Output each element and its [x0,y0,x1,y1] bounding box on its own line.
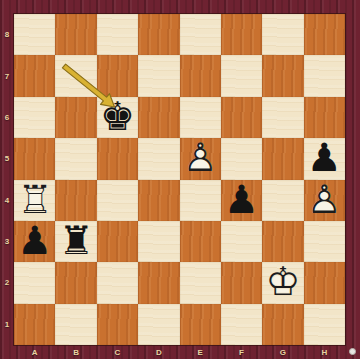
square-b3[interactable]: ♜ [55,221,96,262]
piece-white-pawn[interactable]: ♟♙ [180,138,221,179]
rank-label-3: 3 [0,221,14,262]
square-e7[interactable] [180,55,221,96]
file-label-d: D [138,345,179,359]
square-h7[interactable] [304,55,345,96]
square-d3[interactable] [138,221,179,262]
square-d8[interactable] [138,14,179,55]
square-a5[interactable] [14,138,55,179]
square-d2[interactable] [138,262,179,303]
square-f4[interactable]: ♟ [221,180,262,221]
piece-black-pawn[interactable]: ♟ [14,221,55,262]
square-a8[interactable] [14,14,55,55]
square-c1[interactable] [97,304,138,345]
rank-label-2: 2 [0,262,14,303]
square-c6[interactable]: ♚ [97,97,138,138]
square-a4[interactable]: ♜♖ [14,180,55,221]
square-h2[interactable] [304,262,345,303]
piece-white-rook[interactable]: ♜♖ [14,180,55,221]
king-glyph-outline: ♔ [265,262,300,301]
square-d7[interactable] [138,55,179,96]
file-label-b: B [55,345,96,359]
square-b6[interactable] [55,97,96,138]
square-h3[interactable] [304,221,345,262]
file-labels: ABCDEFGH [14,345,345,359]
square-a7[interactable] [14,55,55,96]
square-f6[interactable] [221,97,262,138]
square-d1[interactable] [138,304,179,345]
square-g2[interactable]: ♚♔ [262,262,303,303]
square-e5[interactable]: ♟♙ [180,138,221,179]
square-c3[interactable] [97,221,138,262]
square-h5[interactable]: ♟ [304,138,345,179]
file-label-f: F [221,345,262,359]
pawn-glyph: ♟ [307,138,342,177]
file-label-a: A [14,345,55,359]
chess-board: ♚♟♙♟♜♖♟♟♙♟♜♚♔ [14,14,345,345]
square-g6[interactable] [262,97,303,138]
piece-black-pawn[interactable]: ♟ [221,180,262,221]
square-e8[interactable] [180,14,221,55]
pawn-glyph-outline: ♙ [307,180,342,219]
square-e1[interactable] [180,304,221,345]
square-h6[interactable] [304,97,345,138]
file-label-g: G [262,345,303,359]
square-e6[interactable] [180,97,221,138]
square-h8[interactable] [304,14,345,55]
square-a1[interactable] [14,304,55,345]
pawn-glyph: ♟ [224,180,259,219]
square-g3[interactable] [262,221,303,262]
rank-labels: 87654321 [0,14,14,345]
piece-black-pawn[interactable]: ♟ [304,138,345,179]
king-glyph: ♚ [100,97,135,136]
square-f5[interactable] [221,138,262,179]
pawn-glyph: ♟ [17,221,52,260]
square-f3[interactable] [221,221,262,262]
pawn-glyph-outline: ♙ [183,138,218,177]
square-f2[interactable] [221,262,262,303]
rank-label-5: 5 [0,138,14,179]
square-b2[interactable] [55,262,96,303]
square-d5[interactable] [138,138,179,179]
square-e2[interactable] [180,262,221,303]
file-label-e: E [180,345,221,359]
square-c4[interactable] [97,180,138,221]
square-e4[interactable] [180,180,221,221]
file-label-h: H [304,345,345,359]
square-f7[interactable] [221,55,262,96]
square-a3[interactable]: ♟ [14,221,55,262]
rank-label-4: 4 [0,180,14,221]
square-e3[interactable] [180,221,221,262]
square-g7[interactable] [262,55,303,96]
file-label-c: C [97,345,138,359]
rank-label-1: 1 [0,304,14,345]
square-c7[interactable] [97,55,138,96]
rank-label-7: 7 [0,55,14,96]
square-b1[interactable] [55,304,96,345]
side-to-move-indicator [349,348,356,355]
square-h1[interactable] [304,304,345,345]
square-g8[interactable] [262,14,303,55]
square-c2[interactable] [97,262,138,303]
rook-glyph-outline: ♖ [17,180,52,219]
piece-white-pawn[interactable]: ♟♙ [304,180,345,221]
square-h4[interactable]: ♟♙ [304,180,345,221]
square-a2[interactable] [14,262,55,303]
square-b7[interactable] [55,55,96,96]
square-f8[interactable] [221,14,262,55]
rank-label-6: 6 [0,97,14,138]
square-b4[interactable] [55,180,96,221]
rook-glyph: ♜ [59,221,94,260]
square-d4[interactable] [138,180,179,221]
square-f1[interactable] [221,304,262,345]
square-c5[interactable] [97,138,138,179]
square-d6[interactable] [138,97,179,138]
square-b5[interactable] [55,138,96,179]
piece-black-king[interactable]: ♚ [97,97,138,138]
square-g4[interactable] [262,180,303,221]
piece-black-rook[interactable]: ♜ [55,221,96,262]
chess-board-frame: ♚♟♙♟♜♖♟♟♙♟♜♚♔ 87654321 ABCDEFGH [0,0,360,359]
square-g5[interactable] [262,138,303,179]
square-g1[interactable] [262,304,303,345]
piece-white-king[interactable]: ♚♔ [262,262,303,303]
rank-label-8: 8 [0,14,14,55]
square-c8[interactable] [97,14,138,55]
square-a6[interactable] [14,97,55,138]
square-b8[interactable] [55,14,96,55]
